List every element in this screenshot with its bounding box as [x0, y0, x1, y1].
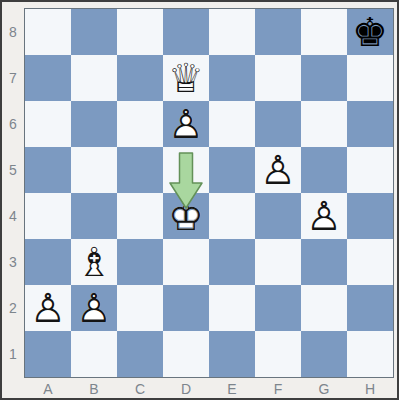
square-b5[interactable] — [71, 147, 117, 193]
chess-board: ♚♛♕♟♙♟♙♚♔♟♙♝♗♟♙♟♙ — [24, 8, 394, 378]
square-b2[interactable]: ♟♙ — [71, 285, 117, 331]
square-d4[interactable]: ♚♔ — [163, 193, 209, 239]
pawn-outline: ♙ — [260, 150, 296, 190]
square-g6[interactable] — [301, 101, 347, 147]
square-a8[interactable] — [25, 9, 71, 55]
square-c3[interactable] — [117, 239, 163, 285]
square-a2[interactable]: ♟♙ — [25, 285, 71, 331]
chess-diagram: 87654321 ♚♛♕♟♙♟♙♚♔♟♙♝♗♟♙♟♙ ABCDEFGH — [0, 0, 399, 400]
square-h5[interactable] — [347, 147, 393, 193]
square-f6[interactable] — [255, 101, 301, 147]
square-d6[interactable]: ♟♙ — [163, 101, 209, 147]
rank-label-5: 5 — [2, 147, 24, 193]
square-f1[interactable] — [255, 331, 301, 377]
square-e4[interactable] — [209, 193, 255, 239]
square-g1[interactable] — [301, 331, 347, 377]
square-d1[interactable] — [163, 331, 209, 377]
square-e1[interactable] — [209, 331, 255, 377]
square-a3[interactable] — [25, 239, 71, 285]
rank-label-6: 6 — [2, 101, 24, 147]
square-a4[interactable] — [25, 193, 71, 239]
square-d3[interactable] — [163, 239, 209, 285]
pawn-outline: ♙ — [76, 288, 112, 328]
rank-label-1: 1 — [2, 331, 24, 377]
square-g3[interactable] — [301, 239, 347, 285]
square-f5[interactable]: ♟♙ — [255, 147, 301, 193]
file-label-f: F — [255, 379, 301, 398]
piece-white-pawn[interactable]: ♟♙ — [301, 193, 347, 239]
square-d7[interactable]: ♛♕ — [163, 55, 209, 101]
square-c6[interactable] — [117, 101, 163, 147]
square-c2[interactable] — [117, 285, 163, 331]
file-label-d: D — [163, 379, 209, 398]
square-f3[interactable] — [255, 239, 301, 285]
square-e2[interactable] — [209, 285, 255, 331]
rank-label-4: 4 — [2, 193, 24, 239]
square-a1[interactable] — [25, 331, 71, 377]
queen-outline: ♕ — [168, 58, 204, 98]
piece-white-pawn[interactable]: ♟♙ — [71, 285, 117, 331]
square-d5[interactable] — [163, 147, 209, 193]
square-g2[interactable] — [301, 285, 347, 331]
square-f4[interactable] — [255, 193, 301, 239]
piece-white-queen[interactable]: ♛♕ — [163, 55, 209, 101]
square-a6[interactable] — [25, 101, 71, 147]
square-g5[interactable] — [301, 147, 347, 193]
piece-white-pawn[interactable]: ♟♙ — [255, 147, 301, 193]
file-labels: ABCDEFGH — [25, 379, 393, 398]
square-c7[interactable] — [117, 55, 163, 101]
square-b7[interactable] — [71, 55, 117, 101]
square-f8[interactable] — [255, 9, 301, 55]
square-e6[interactable] — [209, 101, 255, 147]
square-c5[interactable] — [117, 147, 163, 193]
square-g8[interactable] — [301, 9, 347, 55]
pawn-outline: ♙ — [168, 104, 204, 144]
piece-white-pawn[interactable]: ♟♙ — [25, 285, 71, 331]
square-c1[interactable] — [117, 331, 163, 377]
pawn-outline: ♙ — [30, 288, 66, 328]
square-e7[interactable] — [209, 55, 255, 101]
piece-black-king[interactable]: ♚ — [347, 9, 393, 55]
square-e8[interactable] — [209, 9, 255, 55]
square-f7[interactable] — [255, 55, 301, 101]
square-h8[interactable]: ♚ — [347, 9, 393, 55]
square-b3[interactable]: ♝♗ — [71, 239, 117, 285]
file-label-c: C — [117, 379, 163, 398]
file-label-a: A — [25, 379, 71, 398]
square-e3[interactable] — [209, 239, 255, 285]
file-label-h: H — [347, 379, 393, 398]
rank-label-3: 3 — [2, 239, 24, 285]
square-b1[interactable] — [71, 331, 117, 377]
piece-white-king[interactable]: ♚♔ — [163, 193, 209, 239]
piece-white-bishop[interactable]: ♝♗ — [71, 239, 117, 285]
square-b8[interactable] — [71, 9, 117, 55]
king-outline: ♔ — [168, 196, 204, 236]
rank-label-2: 2 — [2, 285, 24, 331]
square-c8[interactable] — [117, 9, 163, 55]
bishop-outline: ♗ — [76, 242, 112, 282]
square-h3[interactable] — [347, 239, 393, 285]
file-label-e: E — [209, 379, 255, 398]
file-label-g: G — [301, 379, 347, 398]
square-b4[interactable] — [71, 193, 117, 239]
square-e5[interactable] — [209, 147, 255, 193]
square-h1[interactable] — [347, 331, 393, 377]
square-h7[interactable] — [347, 55, 393, 101]
file-label-b: B — [71, 379, 117, 398]
square-c4[interactable] — [117, 193, 163, 239]
square-f2[interactable] — [255, 285, 301, 331]
square-g7[interactable] — [301, 55, 347, 101]
square-h2[interactable] — [347, 285, 393, 331]
square-d8[interactable] — [163, 9, 209, 55]
square-b6[interactable] — [71, 101, 117, 147]
rank-label-8: 8 — [2, 9, 24, 55]
pawn-outline: ♙ — [306, 196, 342, 236]
square-g4[interactable]: ♟♙ — [301, 193, 347, 239]
square-a5[interactable] — [25, 147, 71, 193]
square-h6[interactable] — [347, 101, 393, 147]
square-d2[interactable] — [163, 285, 209, 331]
piece-white-pawn[interactable]: ♟♙ — [163, 101, 209, 147]
rank-labels: 87654321 — [2, 9, 24, 377]
square-h4[interactable] — [347, 193, 393, 239]
square-a7[interactable] — [25, 55, 71, 101]
rank-label-7: 7 — [2, 55, 24, 101]
